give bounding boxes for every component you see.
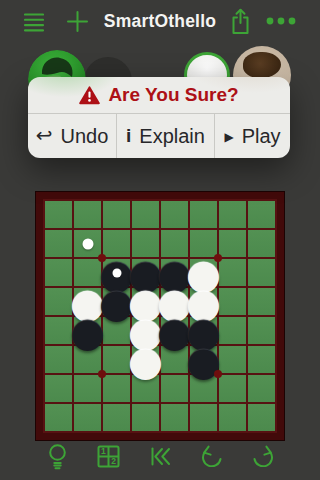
cell-h4[interactable] (248, 288, 275, 315)
white-disc: ● (186, 261, 221, 288)
cell-a3[interactable] (45, 259, 72, 286)
skip-to-start-icon[interactable] (147, 443, 174, 470)
star-point (214, 254, 222, 262)
cell-c8[interactable] (103, 404, 130, 431)
white-disc: ● (128, 319, 163, 346)
black-disc: ● (157, 261, 192, 288)
cell-c7[interactable] (103, 375, 130, 402)
cell-f8[interactable] (190, 404, 217, 431)
dialog-title: Are You Sure? (108, 84, 238, 106)
star-point (98, 370, 106, 378)
cell-g8[interactable] (219, 404, 246, 431)
cell-d5[interactable]: ● (132, 317, 159, 344)
white-disc: ● (70, 290, 105, 317)
cell-h7[interactable] (248, 375, 275, 402)
cell-b8[interactable] (74, 404, 101, 431)
confirm-dialog: Are You Sure? ↩ Undo i Explain ▶ Play (28, 77, 290, 158)
cell-f4[interactable]: ● (190, 288, 217, 315)
cell-f6[interactable]: ● (190, 346, 217, 373)
cell-e4[interactable]: ● (161, 288, 188, 315)
explain-label: Explain (139, 125, 205, 148)
undo-arrow-icon[interactable] (198, 443, 225, 470)
cell-f3[interactable]: ● (190, 259, 217, 286)
cell-d4[interactable]: ● (132, 288, 159, 315)
cell-b7[interactable] (74, 375, 101, 402)
cell-g6[interactable] (219, 346, 246, 373)
black-disc: ● (99, 290, 134, 317)
cell-a2[interactable] (45, 230, 72, 257)
cell-h8[interactable] (248, 404, 275, 431)
explain-button[interactable]: i Explain (117, 114, 215, 158)
othello-board[interactable]: ●●●●●●●●●●●●●●● (36, 192, 284, 440)
cell-e1[interactable] (161, 201, 188, 228)
cell-f1[interactable] (190, 201, 217, 228)
svg-text:1: 1 (101, 446, 106, 456)
cell-a1[interactable] (45, 201, 72, 228)
cell-g4[interactable] (219, 288, 246, 315)
photo-avatar-hair (243, 52, 281, 78)
share-icon[interactable] (229, 8, 252, 35)
star-point (98, 254, 106, 262)
dialog-header: Are You Sure? (28, 77, 290, 114)
undo-label: Undo (60, 125, 108, 148)
more-icon[interactable] (266, 17, 296, 25)
cell-h5[interactable] (248, 317, 275, 344)
undo-arrow-icon: ↩ (36, 125, 53, 145)
cell-f5[interactable]: ● (190, 317, 217, 344)
cell-c6[interactable] (103, 346, 130, 373)
black-disc: ● (157, 319, 192, 346)
cell-b1[interactable] (74, 201, 101, 228)
hint-dot (82, 238, 93, 249)
cell-e5[interactable]: ● (161, 317, 188, 344)
cell-e3[interactable]: ● (161, 259, 188, 286)
cell-d6[interactable]: ● (132, 346, 159, 373)
cell-e7[interactable] (161, 375, 188, 402)
black-disc: ● (186, 319, 221, 346)
cell-c1[interactable] (103, 201, 130, 228)
play-triangle-icon: ▶ (224, 130, 233, 144)
cell-g3[interactable] (219, 259, 246, 286)
cell-g5[interactable] (219, 317, 246, 344)
black-disc: ● (70, 319, 105, 346)
cell-a4[interactable] (45, 288, 72, 315)
cell-e2[interactable] (161, 230, 188, 257)
star-point (214, 370, 222, 378)
white-disc: ● (128, 290, 163, 317)
cell-a5[interactable] (45, 317, 72, 344)
info-icon: i (126, 125, 131, 147)
play-label: Play (242, 125, 281, 148)
cell-d8[interactable] (132, 404, 159, 431)
cell-a8[interactable] (45, 404, 72, 431)
cell-d7[interactable] (132, 375, 159, 402)
cell-h3[interactable] (248, 259, 275, 286)
dialog-buttons: ↩ Undo i Explain ▶ Play (28, 114, 290, 158)
cell-d2[interactable] (132, 230, 159, 257)
play-button[interactable]: ▶ Play (215, 114, 290, 158)
cell-f7[interactable] (190, 375, 217, 402)
redo-arrow-icon[interactable] (249, 443, 276, 470)
cell-a7[interactable] (45, 375, 72, 402)
cell-d1[interactable] (132, 201, 159, 228)
numbered-board-icon[interactable]: 1 2 (95, 443, 122, 470)
cell-g7[interactable] (219, 375, 246, 402)
white-disc: ● (128, 348, 163, 375)
cell-c2[interactable] (103, 230, 130, 257)
cell-g2[interactable] (219, 230, 246, 257)
cell-g1[interactable] (219, 201, 246, 228)
board-grid: ●●●●●●●●●●●●●●● (43, 199, 277, 433)
cell-h6[interactable] (248, 346, 275, 373)
cell-h2[interactable] (248, 230, 275, 257)
last-move-marker (112, 268, 121, 277)
cell-b6[interactable] (74, 346, 101, 373)
white-disc: ● (186, 290, 221, 317)
svg-text:2: 2 (111, 456, 116, 466)
cell-e6[interactable] (161, 346, 188, 373)
hint-lightbulb-icon[interactable] (44, 443, 71, 470)
cell-a6[interactable] (45, 346, 72, 373)
smart-othello-screen: SmartOthello (0, 0, 320, 480)
warning-triangle-icon (79, 86, 100, 105)
black-disc: ● (128, 261, 163, 288)
cell-c5[interactable] (103, 317, 130, 344)
cell-b3[interactable] (74, 259, 101, 286)
undo-button[interactable]: ↩ Undo (28, 114, 117, 158)
cell-h1[interactable] (248, 201, 275, 228)
white-disc: ● (157, 290, 192, 317)
cell-b4[interactable]: ● (74, 288, 101, 315)
cell-b5[interactable]: ● (74, 317, 101, 344)
cell-f2[interactable] (190, 230, 217, 257)
cell-e8[interactable] (161, 404, 188, 431)
cell-d3[interactable]: ● (132, 259, 159, 286)
cell-c4[interactable]: ● (103, 288, 130, 315)
top-bar: SmartOthello (0, 0, 320, 44)
